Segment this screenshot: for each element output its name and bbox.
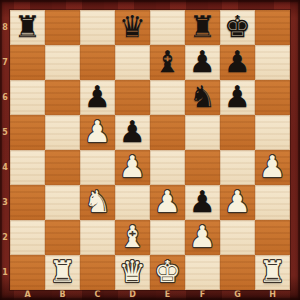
piece-black-pawn[interactable]: ♟ — [189, 47, 216, 77]
square-h7[interactable] — [255, 45, 290, 80]
square-b2[interactable] — [45, 220, 80, 255]
rank-labels: 87654321 — [0, 10, 10, 290]
rank-label-3: 3 — [0, 185, 10, 220]
piece-black-rook[interactable]: ♜ — [14, 12, 41, 42]
square-a1[interactable] — [10, 255, 45, 290]
square-e7[interactable]: ♝ — [150, 45, 185, 80]
square-f6[interactable]: ♞ — [185, 80, 220, 115]
piece-white-pawn[interactable]: ♟ — [189, 222, 216, 252]
square-a7[interactable] — [10, 45, 45, 80]
piece-black-pawn[interactable]: ♟ — [189, 187, 216, 217]
square-f2[interactable]: ♟ — [185, 220, 220, 255]
square-b4[interactable] — [45, 150, 80, 185]
piece-white-knight[interactable]: ♞ — [84, 187, 111, 217]
square-h3[interactable] — [255, 185, 290, 220]
piece-black-bishop[interactable]: ♝ — [154, 47, 181, 77]
chess-board-frame: 87654321 ABCDEFGH ♜♛♜♚♝♟♟♟♞♟♟♟♟♟♞♟♟♟♝♟♜♛… — [0, 0, 300, 300]
square-e1[interactable]: ♚ — [150, 255, 185, 290]
square-g1[interactable] — [220, 255, 255, 290]
square-a5[interactable] — [10, 115, 45, 150]
square-d5[interactable]: ♟ — [115, 115, 150, 150]
file-label-h: H — [255, 290, 290, 300]
square-c1[interactable] — [80, 255, 115, 290]
square-g4[interactable] — [220, 150, 255, 185]
square-e6[interactable] — [150, 80, 185, 115]
piece-white-queen[interactable]: ♛ — [119, 257, 146, 287]
square-f1[interactable] — [185, 255, 220, 290]
square-b7[interactable] — [45, 45, 80, 80]
square-b1[interactable]: ♜ — [45, 255, 80, 290]
square-d8[interactable]: ♛ — [115, 10, 150, 45]
piece-black-pawn[interactable]: ♟ — [224, 47, 251, 77]
file-label-b: B — [45, 290, 80, 300]
square-b8[interactable] — [45, 10, 80, 45]
square-g3[interactable]: ♟ — [220, 185, 255, 220]
square-c7[interactable] — [80, 45, 115, 80]
square-c5[interactable]: ♟ — [80, 115, 115, 150]
piece-white-king[interactable]: ♚ — [154, 257, 181, 287]
square-e2[interactable] — [150, 220, 185, 255]
square-f8[interactable]: ♜ — [185, 10, 220, 45]
piece-black-queen[interactable]: ♛ — [119, 12, 146, 42]
square-h2[interactable] — [255, 220, 290, 255]
rank-label-8: 8 — [0, 10, 10, 45]
square-c4[interactable] — [80, 150, 115, 185]
rank-label-5: 5 — [0, 115, 10, 150]
square-a2[interactable] — [10, 220, 45, 255]
square-g5[interactable] — [220, 115, 255, 150]
square-a3[interactable] — [10, 185, 45, 220]
piece-white-bishop[interactable]: ♝ — [119, 222, 146, 252]
square-g6[interactable]: ♟ — [220, 80, 255, 115]
piece-white-pawn[interactable]: ♟ — [154, 187, 181, 217]
piece-black-knight[interactable]: ♞ — [189, 82, 216, 112]
piece-black-pawn[interactable]: ♟ — [119, 117, 146, 147]
file-label-c: C — [80, 290, 115, 300]
rank-label-2: 2 — [0, 220, 10, 255]
square-d7[interactable] — [115, 45, 150, 80]
square-f7[interactable]: ♟ — [185, 45, 220, 80]
square-c3[interactable]: ♞ — [80, 185, 115, 220]
chess-board: ♜♛♜♚♝♟♟♟♞♟♟♟♟♟♞♟♟♟♝♟♜♛♚♜ — [10, 10, 290, 290]
square-g8[interactable]: ♚ — [220, 10, 255, 45]
file-label-d: D — [115, 290, 150, 300]
square-h8[interactable] — [255, 10, 290, 45]
piece-white-pawn[interactable]: ♟ — [119, 152, 146, 182]
file-label-f: F — [185, 290, 220, 300]
square-h5[interactable] — [255, 115, 290, 150]
square-f5[interactable] — [185, 115, 220, 150]
piece-white-pawn[interactable]: ♟ — [84, 117, 111, 147]
square-h6[interactable] — [255, 80, 290, 115]
square-d6[interactable] — [115, 80, 150, 115]
square-h4[interactable]: ♟ — [255, 150, 290, 185]
square-a4[interactable] — [10, 150, 45, 185]
square-d4[interactable]: ♟ — [115, 150, 150, 185]
square-c8[interactable] — [80, 10, 115, 45]
square-c2[interactable] — [80, 220, 115, 255]
square-d1[interactable]: ♛ — [115, 255, 150, 290]
square-c6[interactable]: ♟ — [80, 80, 115, 115]
piece-white-pawn[interactable]: ♟ — [259, 152, 286, 182]
square-d2[interactable]: ♝ — [115, 220, 150, 255]
square-b6[interactable] — [45, 80, 80, 115]
piece-black-pawn[interactable]: ♟ — [84, 82, 111, 112]
rank-label-1: 1 — [0, 255, 10, 290]
rank-label-7: 7 — [0, 45, 10, 80]
piece-white-pawn[interactable]: ♟ — [224, 187, 251, 217]
piece-black-pawn[interactable]: ♟ — [224, 82, 251, 112]
piece-black-king[interactable]: ♚ — [224, 12, 251, 42]
square-e8[interactable] — [150, 10, 185, 45]
piece-black-rook[interactable]: ♜ — [189, 12, 216, 42]
square-g7[interactable]: ♟ — [220, 45, 255, 80]
square-g2[interactable] — [220, 220, 255, 255]
square-e3[interactable]: ♟ — [150, 185, 185, 220]
square-f4[interactable] — [185, 150, 220, 185]
file-label-g: G — [220, 290, 255, 300]
square-d3[interactable] — [115, 185, 150, 220]
square-a8[interactable]: ♜ — [10, 10, 45, 45]
piece-white-rook[interactable]: ♜ — [49, 257, 76, 287]
rank-label-6: 6 — [0, 80, 10, 115]
piece-white-rook[interactable]: ♜ — [259, 257, 286, 287]
square-b3[interactable] — [45, 185, 80, 220]
square-e4[interactable] — [150, 150, 185, 185]
square-b5[interactable] — [45, 115, 80, 150]
file-labels: ABCDEFGH — [10, 290, 290, 300]
square-f3[interactable]: ♟ — [185, 185, 220, 220]
file-label-a: A — [10, 290, 45, 300]
file-label-e: E — [150, 290, 185, 300]
square-a6[interactable] — [10, 80, 45, 115]
square-e5[interactable] — [150, 115, 185, 150]
square-h1[interactable]: ♜ — [255, 255, 290, 290]
rank-label-4: 4 — [0, 150, 10, 185]
